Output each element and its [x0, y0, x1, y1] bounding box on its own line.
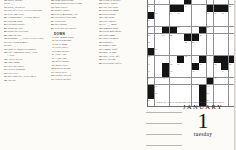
clue-number: 47	[214, 77, 216, 79]
black-cell	[199, 27, 206, 34]
clue-number: 10	[148, 5, 150, 7]
crossword-grid: 1234567891011121314151617181920212223242…	[147, 0, 236, 107]
white-cell: 5	[199, 0, 206, 4]
white-cell: 24	[162, 34, 169, 41]
black-cell	[177, 56, 184, 63]
clue-entry: 63Year-end list entries	[48, 28, 91, 31]
white-cell	[192, 56, 199, 63]
white-cell: 23	[148, 34, 155, 41]
clue-number: 39	[229, 63, 231, 65]
white-cell: 31	[148, 56, 155, 63]
white-cell	[184, 12, 191, 19]
white-cell	[155, 41, 162, 48]
white-cell: 44	[221, 70, 228, 77]
white-cell	[192, 78, 199, 85]
white-cell	[199, 41, 206, 48]
clue-number: 15	[177, 12, 179, 14]
black-cell	[184, 34, 191, 41]
white-cell	[177, 92, 184, 99]
white-cell	[192, 85, 199, 92]
white-cell	[155, 63, 162, 70]
writing-line	[146, 145, 182, 146]
black-cell	[148, 12, 155, 19]
white-cell	[192, 48, 199, 55]
white-cell	[214, 0, 221, 4]
white-cell: 27	[148, 41, 155, 48]
white-cell	[162, 5, 169, 12]
white-cell	[221, 27, 228, 34]
clue-number: 49	[207, 85, 209, 87]
white-cell	[170, 78, 177, 85]
white-cell	[192, 19, 199, 26]
white-cell	[162, 19, 169, 26]
white-cell: 26	[199, 34, 206, 41]
clue-number: 30	[155, 48, 157, 50]
calendar-date-block: JANUARY 1 tuesday	[176, 104, 230, 138]
white-cell: 41	[148, 70, 155, 77]
white-cell	[162, 56, 169, 63]
black-cell	[177, 5, 184, 12]
white-cell	[199, 19, 206, 26]
white-cell	[184, 63, 191, 70]
clue-number: 28	[185, 41, 187, 43]
white-cell	[155, 5, 162, 12]
white-cell	[184, 19, 191, 26]
white-cell	[170, 92, 177, 99]
white-cell	[155, 19, 162, 26]
black-cell	[221, 5, 228, 12]
black-cell	[162, 27, 169, 34]
clue-lists: 10Skater Midori14Jai ___15Black, in poet…	[0, 0, 145, 150]
clue-number: 51	[207, 92, 209, 94]
clue-number: 18	[222, 12, 224, 14]
white-cell	[199, 70, 206, 77]
white-cell: 11	[184, 5, 191, 12]
black-cell	[192, 63, 199, 70]
white-cell	[221, 19, 228, 26]
white-cell	[184, 48, 191, 55]
white-cell	[155, 70, 162, 77]
white-cell	[192, 92, 199, 99]
clue-entry-text: Garden invader	[54, 79, 91, 82]
clue-number: 14	[170, 12, 172, 14]
white-cell	[192, 27, 199, 34]
black-cell	[214, 56, 221, 63]
clue-number: 21	[177, 26, 179, 28]
clue-number: 23	[148, 34, 150, 36]
clue-entry-text: Tiny bit	[7, 80, 44, 83]
white-cell	[207, 19, 214, 26]
white-cell: 15	[177, 12, 184, 19]
clue-column-2: 50Salon application52Resolution breaker'…	[48, 0, 91, 150]
white-cell	[221, 41, 228, 48]
white-cell	[155, 78, 162, 85]
white-cell	[155, 27, 162, 34]
clue-number: 37	[199, 63, 201, 65]
clue-number: 32	[185, 55, 187, 57]
white-cell	[177, 19, 184, 26]
white-cell	[170, 48, 177, 55]
white-cell	[184, 85, 191, 92]
white-cell: 34	[148, 63, 155, 70]
calendar-day-number: 1	[176, 111, 230, 132]
calendar-weekday: tuesday	[176, 132, 230, 137]
white-cell	[207, 0, 214, 4]
white-cell: 19	[148, 19, 155, 26]
white-cell	[192, 5, 199, 12]
white-cell: 20	[148, 27, 155, 34]
white-cell	[177, 78, 184, 85]
clue-number: 22	[207, 26, 209, 28]
white-cell	[170, 19, 177, 26]
white-cell: 42	[170, 70, 177, 77]
white-cell	[177, 48, 184, 55]
white-cell	[214, 48, 221, 55]
clue-column-1: 10Skater Midori14Jai ___15Black, in poet…	[1, 0, 44, 150]
white-cell	[177, 0, 184, 4]
black-cell	[162, 70, 169, 77]
white-cell	[162, 41, 169, 48]
calendar-page: 10Skater Midori14Jai ___15Black, in poet…	[0, 0, 235, 150]
white-cell	[221, 34, 228, 41]
clue-number: 29	[192, 41, 194, 43]
black-cell	[148, 85, 155, 92]
white-cell	[214, 19, 221, 26]
white-cell	[214, 92, 221, 99]
clue-number: 24	[163, 34, 165, 36]
white-cell	[170, 56, 177, 63]
clue-number: 25	[170, 34, 172, 36]
clue-number: 20	[148, 26, 150, 28]
clue-number: 17	[214, 12, 216, 14]
white-cell	[184, 78, 191, 85]
white-cell	[162, 85, 169, 92]
white-cell: 29	[192, 41, 199, 48]
white-cell	[221, 92, 228, 99]
white-cell: 16	[207, 12, 214, 19]
white-cell: 14	[170, 12, 177, 19]
white-cell: 32	[184, 56, 191, 63]
white-cell	[192, 12, 199, 19]
white-cell: 36	[177, 63, 184, 70]
white-cell	[177, 70, 184, 77]
black-cell	[192, 34, 199, 41]
clue-number: 50	[155, 92, 157, 94]
white-cell	[170, 41, 177, 48]
black-cell	[221, 63, 228, 70]
black-cell	[221, 56, 228, 63]
white-cell	[207, 34, 214, 41]
white-cell: 49	[207, 85, 214, 92]
white-cell: 46	[162, 78, 169, 85]
clue-number: 48	[155, 85, 157, 87]
clue-number: 13	[155, 12, 157, 14]
white-cell	[221, 85, 228, 92]
white-cell: 47	[214, 78, 221, 85]
white-cell	[155, 56, 162, 63]
white-cell	[199, 12, 206, 19]
clue-number: 46	[163, 77, 165, 79]
black-cell	[148, 48, 155, 55]
white-cell: 22	[207, 27, 214, 34]
white-cell	[221, 48, 228, 55]
white-cell	[214, 34, 221, 41]
white-cell: 37	[199, 63, 206, 70]
clue-column-3: 18Neither's partner22Unruly crowd24Golf-…	[96, 0, 144, 150]
white-cell: 35	[170, 63, 177, 70]
black-cell	[207, 5, 214, 12]
black-cell	[199, 85, 206, 92]
white-cell	[214, 85, 221, 92]
clue-number: 19	[148, 19, 150, 21]
white-cell: 50	[155, 92, 162, 99]
white-cell: 30	[155, 48, 162, 55]
black-cell	[207, 78, 214, 85]
white-cell	[214, 41, 221, 48]
clue-entry: 48Tiny bit	[1, 80, 44, 83]
clue-entry: 60Directional suffix	[96, 63, 144, 66]
white-cell	[184, 92, 191, 99]
white-cell: 43	[192, 70, 199, 77]
black-cell	[214, 5, 221, 12]
white-cell: 17	[214, 12, 221, 19]
clue-number: 34	[148, 63, 150, 65]
black-cell	[162, 63, 169, 70]
white-cell	[177, 41, 184, 48]
black-cell	[170, 5, 177, 12]
white-cell: 13	[155, 12, 162, 19]
clue-number: 35	[170, 63, 172, 65]
clue-number: 45	[148, 77, 150, 79]
white-cell	[155, 34, 162, 41]
page-edge-shadow	[234, 0, 235, 150]
white-cell	[177, 85, 184, 92]
white-cell	[199, 48, 206, 55]
white-cell: 48	[155, 85, 162, 92]
white-cell: 21	[177, 27, 184, 34]
white-cell	[170, 0, 177, 4]
white-cell	[162, 48, 169, 55]
white-cell	[199, 5, 206, 12]
white-cell: 38	[214, 63, 221, 70]
black-cell	[199, 56, 206, 63]
white-cell	[184, 70, 191, 77]
white-cell	[207, 41, 214, 48]
clue-number: 11	[185, 5, 187, 7]
white-cell	[214, 27, 221, 34]
clue-number: 43	[192, 70, 194, 72]
clue-number: 12	[229, 5, 231, 7]
clue-entry-text: Year-end list entries	[54, 28, 91, 31]
clue-number: 26	[199, 34, 201, 36]
white-cell	[214, 70, 221, 77]
clue-number: 42	[170, 70, 172, 72]
clue-number: 38	[214, 63, 216, 65]
white-cell	[207, 63, 214, 70]
white-cell: 25	[170, 34, 177, 41]
white-cell: 18	[221, 12, 228, 19]
white-cell: 45	[148, 78, 155, 85]
white-cell	[162, 92, 169, 99]
clue-number: 41	[148, 70, 150, 72]
white-cell: 3	[162, 0, 169, 4]
white-cell	[207, 56, 214, 63]
white-cell: 51	[207, 92, 214, 99]
white-cell	[184, 27, 191, 34]
white-cell: 28	[184, 41, 191, 48]
white-cell	[177, 34, 184, 41]
clue-number: 27	[148, 41, 150, 43]
clue-number: 16	[207, 12, 209, 14]
white-cell	[221, 78, 228, 85]
white-cell	[207, 70, 214, 77]
white-cell: 10	[148, 5, 155, 12]
white-cell	[199, 78, 206, 85]
white-cell	[162, 12, 169, 19]
white-cell: 2	[155, 0, 162, 4]
clue-number: 31	[148, 55, 150, 57]
clue-entry-text: Directional suffix	[102, 63, 144, 66]
white-cell	[170, 85, 177, 92]
clue-number: 44	[222, 70, 224, 72]
clue-number: 36	[177, 63, 179, 65]
black-cell	[148, 92, 155, 99]
black-cell	[199, 92, 206, 99]
clue-entry: 13Garden invader	[48, 79, 91, 82]
white-cell	[207, 48, 214, 55]
white-cell: 4	[192, 0, 199, 4]
white-cell	[221, 0, 228, 4]
black-cell	[170, 27, 177, 34]
